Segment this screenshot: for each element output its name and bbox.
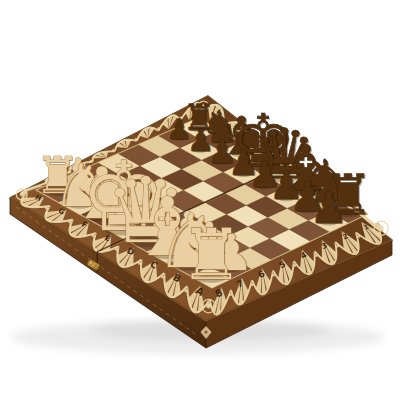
svg-text:♟: ♟ [310,183,348,233]
product-photo-scene: ABCDEFGH87654321♜♜♟♟♞♞♟♟♝♝♟♟♚♚♟♟♛♛♟♟♟♟♝♝… [0,0,400,400]
front-corner-pendant-dot [204,330,207,333]
piece-dark-pawn-a2: ♟♟ [310,183,350,234]
svg-text:♜: ♜ [180,214,243,296]
chess-set-photo: ABCDEFGH87654321♜♜♟♟♞♞♟♟♝♝♟♟♚♚♟♟♛♛♟♟♟♟♝♝… [0,0,400,400]
piece-light-rook-a8: ♜♜ [180,214,244,297]
